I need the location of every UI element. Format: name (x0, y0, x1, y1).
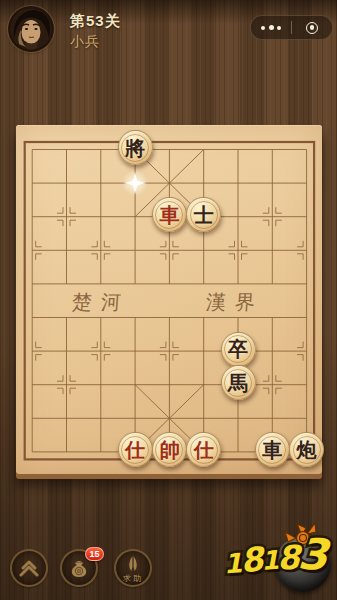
18183-watermark: 18183 (223, 524, 333, 592)
piece-character: 帥 (159, 440, 179, 460)
dot (277, 26, 281, 30)
piece-character: 仕 (194, 440, 214, 460)
level-label: 第53关 (70, 12, 121, 31)
more-icon[interactable] (251, 16, 291, 39)
piece-character: 炮 (297, 440, 317, 460)
xiangqi-board[interactable]: 楚河 漢界 將車士卒馬仕帥仕車炮 (16, 125, 322, 474)
collapse-button[interactable] (10, 549, 48, 587)
coins-button[interactable]: 15 (60, 549, 98, 587)
piece-character: 馬 (228, 373, 248, 393)
logo-digit: 1 (260, 545, 278, 576)
logo-text: 18183 (221, 526, 327, 583)
xiangqi-piece-black-general[interactable]: 將 (118, 130, 153, 165)
piece-character: 卒 (228, 339, 248, 359)
piece-character: 車 (159, 205, 179, 225)
river-label-left: 楚河 (71, 289, 131, 316)
xiangqi-piece-red-chariot[interactable]: 車 (152, 197, 187, 232)
avatar (10, 8, 52, 50)
xiangqi-piece-red-advisor[interactable]: 仕 (118, 432, 153, 467)
xiangqi-piece-black-chariot[interactable]: 車 (255, 432, 290, 467)
dot (261, 26, 265, 30)
praying-hands-icon (123, 555, 143, 575)
help-button[interactable]: 求助 (114, 549, 152, 587)
dot (269, 25, 274, 30)
miniprogram-capsule (250, 15, 333, 40)
board-grid (16, 125, 322, 478)
logo-digit: 3 (296, 529, 327, 580)
river-label-right: 漢界 (205, 289, 265, 316)
coins-badge: 15 (85, 547, 104, 561)
money-bag-icon (68, 557, 90, 579)
piece-character: 士 (194, 205, 214, 225)
avatar-portrait (10, 8, 52, 50)
piece-character: 仕 (125, 440, 145, 460)
exit-ring (306, 22, 318, 34)
xiangqi-piece-black-horse[interactable]: 馬 (221, 365, 256, 400)
chevron-up-icon (18, 559, 40, 577)
app-root: { "game": "xiangqi", "header": { "level"… (0, 0, 337, 600)
piece-character: 將 (125, 138, 145, 158)
piece-character: 車 (262, 440, 282, 460)
logo-digit: 8 (276, 538, 298, 578)
player-label: 小兵 (70, 33, 100, 51)
xiangqi-piece-black-pawn[interactable]: 卒 (221, 332, 256, 367)
help-label: 求助 (116, 573, 150, 584)
exit-icon[interactable] (292, 16, 332, 39)
